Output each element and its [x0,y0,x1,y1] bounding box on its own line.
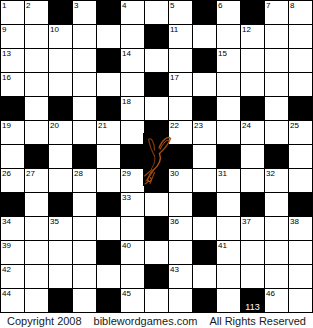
clue-number-21: 21 [98,121,107,130]
letter-cell-r3c2[interactable] [49,73,73,97]
letter-cell-r8c9[interactable] [217,193,241,217]
letter-cell-r1c5[interactable] [121,25,145,49]
letter-cell-r11c10[interactable] [241,265,265,289]
letter-cell-r7c5[interactable]: 29 [121,169,145,193]
letter-cell-r10c3[interactable] [73,241,97,265]
footer-site: biblewordgames.com [94,315,198,327]
letter-cell-r3c3[interactable] [73,73,97,97]
footer-rights: All Rights Reserved [209,315,306,327]
clue-number-2: 2 [26,1,30,10]
clue-number-17: 17 [170,73,179,82]
clue-number-41: 41 [218,241,227,250]
letter-cell-r8c11[interactable] [265,193,289,217]
block-cell-r4c12 [289,97,313,121]
letter-cell-r2c11[interactable] [265,49,289,73]
letter-cell-r12c5[interactable]: 45 [121,289,145,313]
letter-cell-r11c12[interactable] [289,265,313,289]
letter-cell-r7c12[interactable] [289,169,313,193]
letter-cell-r11c4[interactable] [97,265,121,289]
clue-number-7: 7 [266,1,270,10]
letter-cell-r11c3[interactable] [73,265,97,289]
letter-cell-r10c2[interactable] [49,241,73,265]
letter-cell-r2c10[interactable] [241,49,265,73]
letter-cell-r0c9[interactable]: 6 [217,1,241,25]
clue-number-26: 26 [2,169,11,178]
letter-cell-r1c3[interactable] [73,25,97,49]
letter-cell-r2c5[interactable]: 14 [121,49,145,73]
letter-cell-r11c7[interactable]: 43 [169,265,193,289]
clue-number-33: 33 [122,193,131,202]
letter-cell-r3c4[interactable] [97,73,121,97]
letter-cell-r9c12[interactable]: 38 [289,217,313,241]
crossword-board: 1234567891011121314151617181920212223242… [0,0,313,313]
clue-number-44: 44 [2,289,11,298]
letter-cell-r9c11[interactable] [265,217,289,241]
letter-cell-r2c12[interactable] [289,49,313,73]
letter-cell-r4c9[interactable] [217,97,241,121]
letter-cell-r8c7[interactable] [169,193,193,217]
letter-cell-r5c9[interactable] [217,121,241,145]
clue-number-38: 38 [290,217,299,226]
letter-cell-r0c0[interactable]: 1 [1,1,25,25]
letter-cell-r1c0[interactable]: 9 [1,25,25,49]
letter-cell-r5c2[interactable]: 20 [49,121,73,145]
block-cell-r2c8 [193,49,217,73]
footer-copyright: Copyright 2008 [7,315,82,327]
block-cell-r8c10 [241,193,265,217]
letter-cell-r0c6[interactable] [145,1,169,25]
clue-number-1: 1 [2,1,6,10]
block-cell-r6c5 [121,145,145,169]
letter-cell-r7c0[interactable]: 26 [1,169,25,193]
letter-cell-r10c1[interactable] [25,241,49,265]
clue-number-5: 5 [170,1,174,10]
letter-cell-r0c3[interactable]: 3 [73,1,97,25]
block-cell-r8c0 [1,193,25,217]
letter-cell-r9c5[interactable] [121,217,145,241]
clue-number-19: 19 [2,121,11,130]
letter-cell-r9c2[interactable]: 35 [49,217,73,241]
letter-cell-r4c3[interactable] [73,97,97,121]
letter-cell-r12c11[interactable]: 46 [265,289,289,313]
block-cell-r6c7 [169,145,193,169]
block-cell-r0c10 [241,1,265,25]
block-cell-r12c10: 113 [241,289,265,313]
letter-cell-r2c2[interactable] [49,49,73,73]
block-cell-r10c4 [97,241,121,265]
letter-cell-r9c9[interactable] [217,217,241,241]
letter-cell-r4c7[interactable] [169,97,193,121]
letter-cell-r6c12[interactable] [289,145,313,169]
block-cell-r12c4 [97,289,121,313]
block-cell-r12c8 [193,289,217,313]
letter-cell-r6c8[interactable] [193,145,217,169]
letter-cell-r10c5[interactable]: 40 [121,241,145,265]
letter-cell-r0c7[interactable]: 5 [169,1,193,25]
letter-cell-r2c3[interactable] [73,49,97,73]
clue-number-27: 27 [26,169,35,178]
letter-cell-r6c10[interactable] [241,145,265,169]
clue-number-14: 14 [122,49,131,58]
letter-cell-r11c2[interactable] [49,265,73,289]
letter-cell-r1c8[interactable] [193,25,217,49]
letter-cell-r8c5[interactable]: 33 [121,193,145,217]
clue-number-45: 45 [122,289,131,298]
block-cell-r4c8 [193,97,217,121]
clue-number-11: 11 [170,25,178,34]
letter-cell-r5c8[interactable]: 23 [193,121,217,145]
block-cell-r3c6 [145,73,169,97]
letter-cell-r5c1[interactable] [25,121,49,145]
letter-cell-r2c7[interactable] [169,49,193,73]
letter-cell-r5c10[interactable]: 24 [241,121,265,145]
letter-cell-r11c5[interactable] [121,265,145,289]
clue-number-24: 24 [242,121,251,130]
clue-number-40: 40 [122,241,131,250]
block-cell-r6c1 [25,145,49,169]
letter-cell-r9c10[interactable]: 37 [241,217,265,241]
letter-cell-r7c11[interactable]: 32 [265,169,289,193]
letter-cell-r9c7[interactable]: 36 [169,217,193,241]
letter-cell-r1c4[interactable] [97,25,121,49]
block-cell-r0c2 [49,1,73,25]
letter-cell-r1c10[interactable]: 12 [241,25,265,49]
block-cell-r11c6 [145,265,169,289]
letter-cell-r4c6[interactable] [145,97,169,121]
letter-cell-r6c4[interactable] [97,145,121,169]
letter-cell-r3c12[interactable] [289,73,313,97]
block-cell-r8c8 [193,193,217,217]
letter-cell-r1c11[interactable] [265,25,289,49]
letter-cell-r9c4[interactable] [97,217,121,241]
puzzle-id-watermark: 113 [241,302,264,312]
letter-cell-r1c2[interactable]: 10 [49,25,73,49]
block-cell-r10c8 [193,241,217,265]
letter-cell-r0c11[interactable]: 7 [265,1,289,25]
letter-cell-r4c11[interactable] [265,97,289,121]
clue-number-43: 43 [170,265,179,274]
letter-cell-r11c1[interactable] [25,265,49,289]
letter-cell-r4c1[interactable] [25,97,49,121]
block-cell-r4c4 [97,97,121,121]
clue-number-29: 29 [122,169,131,178]
letter-cell-r5c3[interactable] [73,121,97,145]
letter-cell-r10c9[interactable]: 41 [217,241,241,265]
clue-number-3: 3 [74,1,78,10]
block-cell-r6c11 [265,145,289,169]
clue-number-31: 31 [218,169,227,178]
letter-cell-r11c9[interactable] [217,265,241,289]
letter-cell-r9c0[interactable]: 34 [1,217,25,241]
clue-number-23: 23 [194,121,203,130]
letter-cell-r9c8[interactable] [193,217,217,241]
letter-cell-r5c12[interactable]: 25 [289,121,313,145]
letter-cell-r2c0[interactable]: 13 [1,49,25,73]
letter-cell-r12c6[interactable] [145,289,169,313]
letter-cell-r2c1[interactable] [25,49,49,73]
letter-cell-r8c3[interactable] [73,193,97,217]
letter-cell-r12c12[interactable] [289,289,313,313]
block-cell-r6c6 [145,145,169,169]
clue-number-28: 28 [74,169,83,178]
letter-cell-r9c3[interactable] [73,217,97,241]
letter-cell-r2c9[interactable]: 15 [217,49,241,73]
block-cell-r5c6 [145,121,169,145]
clue-number-34: 34 [2,217,11,226]
letter-cell-r0c5[interactable]: 4 [121,1,145,25]
block-cell-r8c12 [289,193,313,217]
clue-number-20: 20 [50,121,59,130]
block-cell-r8c2 [49,193,73,217]
letter-cell-r6c0[interactable] [1,145,25,169]
letter-cell-r10c6[interactable] [145,241,169,265]
block-cell-r6c9 [217,145,241,169]
letter-cell-r7c1[interactable]: 27 [25,169,49,193]
letter-cell-r10c12[interactable] [289,241,313,265]
block-cell-r12c2 [49,289,73,313]
block-cell-r8c4 [97,193,121,217]
block-cell-r0c4 [97,1,121,25]
clue-number-22: 22 [170,121,179,130]
block-cell-r4c2 [49,97,73,121]
clue-number-13: 13 [2,49,11,58]
letter-cell-r5c5[interactable] [121,121,145,145]
clue-number-18: 18 [122,97,131,106]
letter-cell-r0c1[interactable]: 2 [25,1,49,25]
letter-cell-r3c5[interactable] [121,73,145,97]
letter-cell-r5c0[interactable]: 19 [1,121,25,145]
clue-number-8: 8 [290,1,294,10]
letter-cell-r1c9[interactable] [217,25,241,49]
letter-cell-r11c8[interactable] [193,265,217,289]
letter-cell-r11c11[interactable] [265,265,289,289]
letter-cell-r1c1[interactable] [25,25,49,49]
letter-cell-r3c10[interactable] [241,73,265,97]
letter-cell-r4c5[interactable]: 18 [121,97,145,121]
clue-number-37: 37 [242,217,251,226]
footer: Copyright 2008 biblewordgames.com All Ri… [0,313,313,328]
letter-cell-r11c0[interactable]: 42 [1,265,25,289]
clue-number-6: 6 [218,1,222,10]
clue-number-15: 15 [218,49,227,58]
letter-cell-r7c7[interactable]: 30 [169,169,193,193]
letter-cell-r10c11[interactable] [265,241,289,265]
clue-number-9: 9 [2,25,6,34]
clue-number-10: 10 [50,25,59,34]
letter-cell-r12c3[interactable] [73,289,97,313]
letter-cell-r12c0[interactable]: 44 [1,289,25,313]
letter-cell-r10c10[interactable] [241,241,265,265]
letter-cell-r3c8[interactable] [193,73,217,97]
block-cell-r4c10 [241,97,265,121]
clue-number-32: 32 [266,169,275,178]
block-cell-r0c8 [193,1,217,25]
block-cell-r9c6 [145,217,169,241]
letter-cell-r7c10[interactable] [241,169,265,193]
letter-cell-r7c8[interactable] [193,169,217,193]
letter-cell-r3c7[interactable]: 17 [169,73,193,97]
block-cell-r4c0 [1,97,25,121]
block-cell-r1c6 [145,25,169,49]
letter-cell-r10c0[interactable]: 39 [1,241,25,265]
letter-cell-r3c1[interactable] [25,73,49,97]
letter-cell-r3c11[interactable] [265,73,289,97]
letter-cell-r7c3[interactable]: 28 [73,169,97,193]
letter-cell-r3c0[interactable]: 16 [1,73,25,97]
clue-number-4: 4 [122,1,126,10]
crossword-page: 1234567891011121314151617181920212223242… [0,0,313,328]
clue-number-42: 42 [2,265,11,274]
letter-cell-r5c7[interactable]: 22 [169,121,193,145]
letter-cell-r12c7[interactable] [169,289,193,313]
clue-number-16: 16 [2,73,11,82]
letter-cell-r1c12[interactable] [289,25,313,49]
clue-number-36: 36 [170,217,179,226]
letter-cell-r7c9[interactable]: 31 [217,169,241,193]
letter-cell-r3c9[interactable] [217,73,241,97]
letter-cell-r5c4[interactable]: 21 [97,121,121,145]
letter-cell-r7c2[interactable] [49,169,73,193]
letter-cell-r2c6[interactable] [145,49,169,73]
clue-number-35: 35 [50,217,59,226]
block-cell-r7c6 [145,169,169,193]
letter-cell-r10c7[interactable] [169,241,193,265]
letter-cell-r6c2[interactable] [49,145,73,169]
letter-cell-r12c9[interactable] [217,289,241,313]
clue-number-30: 30 [170,169,179,178]
letter-cell-r1c7[interactable]: 11 [169,25,193,49]
clue-number-39: 39 [2,241,11,250]
letter-cell-r12c1[interactable] [25,289,49,313]
block-cell-r6c3 [73,145,97,169]
block-cell-r2c4 [97,49,121,73]
letter-cell-r9c1[interactable] [25,217,49,241]
letter-cell-r7c4[interactable] [97,169,121,193]
letter-cell-r8c1[interactable] [25,193,49,217]
letter-cell-r8c6[interactable] [145,193,169,217]
letter-cell-r5c11[interactable] [265,121,289,145]
clue-number-12: 12 [242,25,251,34]
clue-number-46: 46 [266,289,275,298]
clue-number-25: 25 [290,121,299,130]
letter-cell-r0c12[interactable]: 8 [289,1,313,25]
